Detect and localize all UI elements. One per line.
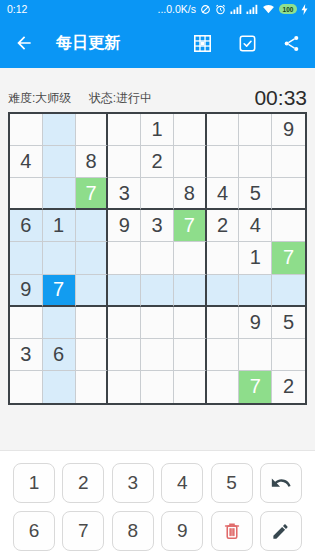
sudoku-cell-r9c3[interactable] — [76, 371, 109, 403]
page-title: 每日更新 — [56, 33, 120, 54]
sudoku-cell-r3c6[interactable]: 8 — [174, 178, 207, 210]
back-button[interactable] — [14, 33, 34, 53]
signal-sim2-icon — [246, 4, 258, 14]
sudoku-cell-r1c3[interactable] — [76, 114, 109, 146]
sudoku-cell-r4c6[interactable]: 7 — [174, 210, 207, 242]
sudoku-cell-r9c7[interactable] — [207, 371, 240, 403]
sudoku-cell-r8c3[interactable] — [76, 339, 109, 371]
sudoku-cell-r3c3[interactable]: 7 — [76, 178, 109, 210]
info-bar: 难度:大师级 状态:进行中 00:33 — [0, 68, 315, 112]
battery-icon: 100 — [279, 4, 297, 14]
number-pad: 12345 6789 — [0, 450, 315, 560]
sudoku-cell-r1c1[interactable] — [10, 114, 43, 146]
share-icon[interactable] — [282, 34, 301, 53]
sudoku-cell-r1c5[interactable]: 1 — [141, 114, 174, 146]
sudoku-cell-r8c9[interactable] — [272, 339, 305, 371]
sudoku-cell-r8c5[interactable] — [141, 339, 174, 371]
sudoku-cell-r9c2[interactable] — [43, 371, 76, 403]
sudoku-cell-r3c1[interactable] — [10, 178, 43, 210]
sudoku-cell-r3c9[interactable] — [272, 178, 305, 210]
sudoku-cell-r7c8[interactable]: 9 — [239, 307, 272, 339]
battery-level: 100 — [283, 6, 294, 13]
sudoku-cell-r7c7[interactable] — [207, 307, 240, 339]
sudoku-cell-r2c1[interactable]: 4 — [10, 146, 43, 178]
sudoku-cell-r6c3[interactable] — [76, 275, 109, 307]
sudoku-board: 194827384561937241797953672 — [8, 112, 307, 405]
sudoku-cell-r4c2[interactable]: 1 — [43, 210, 76, 242]
sudoku-cell-r8c1[interactable]: 3 — [10, 339, 43, 371]
sudoku-cell-r2c2[interactable] — [43, 146, 76, 178]
sudoku-cell-r4c5[interactable]: 3 — [141, 210, 174, 242]
sudoku-cell-r4c9[interactable] — [272, 210, 305, 242]
sudoku-cell-r4c8[interactable]: 4 — [239, 210, 272, 242]
status-bar: 0:12 ...0.0K/s 100 — [0, 0, 315, 18]
sudoku-cell-r7c5[interactable] — [141, 307, 174, 339]
sudoku-cell-r6c2[interactable]: 7 — [43, 275, 76, 307]
sudoku-cell-r7c9[interactable]: 5 — [272, 307, 305, 339]
sudoku-cell-r9c5[interactable] — [141, 371, 174, 403]
sudoku-cell-r9c9[interactable]: 2 — [272, 371, 305, 403]
pencil-button[interactable] — [260, 511, 302, 551]
sudoku-cell-r1c9[interactable]: 9 — [272, 114, 305, 146]
sudoku-cell-r2c4[interactable] — [108, 146, 141, 178]
sudoku-cell-r3c8[interactable]: 5 — [239, 178, 272, 210]
signal-sim1-icon — [230, 4, 242, 14]
sudoku-cell-r6c8[interactable] — [239, 275, 272, 307]
sudoku-cell-r6c1[interactable]: 9 — [10, 275, 43, 307]
sudoku-cell-r6c4[interactable] — [108, 275, 141, 307]
sudoku-cell-r9c4[interactable] — [108, 371, 141, 403]
sudoku-cell-r1c4[interactable] — [108, 114, 141, 146]
alarm-icon — [215, 4, 226, 15]
sudoku-cell-r2c9[interactable] — [272, 146, 305, 178]
game-status-label: 状态:进行中 — [89, 91, 152, 105]
sudoku-cell-r1c2[interactable] — [43, 114, 76, 146]
mute-icon — [200, 4, 211, 15]
sudoku-cell-r8c6[interactable] — [174, 339, 207, 371]
sudoku-cell-r5c6[interactable] — [174, 242, 207, 274]
sudoku-cell-r5c2[interactable] — [43, 242, 76, 274]
sudoku-cell-r5c5[interactable] — [141, 242, 174, 274]
numpad-5[interactable]: 5 — [211, 463, 253, 503]
sudoku-cell-r2c8[interactable] — [239, 146, 272, 178]
sudoku-cell-r2c6[interactable] — [174, 146, 207, 178]
sudoku-cell-r6c9[interactable] — [272, 275, 305, 307]
sudoku-cell-r8c2[interactable]: 6 — [43, 339, 76, 371]
sudoku-cell-r3c4[interactable]: 3 — [108, 178, 141, 210]
wifi-icon — [262, 4, 275, 14]
sudoku-cell-r8c8[interactable] — [239, 339, 272, 371]
sudoku-cell-r3c7[interactable]: 4 — [207, 178, 240, 210]
sudoku-cell-r5c9[interactable]: 7 — [272, 242, 305, 274]
sudoku-cell-r6c5[interactable] — [141, 275, 174, 307]
sudoku-cell-r5c1[interactable] — [10, 242, 43, 274]
numpad-3[interactable]: 3 — [112, 463, 154, 503]
sudoku-cell-r5c4[interactable] — [108, 242, 141, 274]
numpad-9[interactable]: 9 — [161, 511, 203, 551]
sudoku-cell-r9c6[interactable] — [174, 371, 207, 403]
numpad-8[interactable]: 8 — [112, 511, 154, 551]
sudoku-app-screen: 0:12 ...0.0K/s 100 — [0, 0, 315, 560]
sudoku-cell-r1c7[interactable] — [207, 114, 240, 146]
board-grid-icon[interactable] — [192, 33, 213, 54]
sudoku-cell-r7c2[interactable] — [43, 307, 76, 339]
numpad-row-2: 6789 — [13, 511, 302, 551]
sudoku-cell-r1c6[interactable] — [174, 114, 207, 146]
sudoku-cell-r8c7[interactable] — [207, 339, 240, 371]
sudoku-cell-r4c4[interactable]: 9 — [108, 210, 141, 242]
sudoku-cell-r8c4[interactable] — [108, 339, 141, 371]
numpad-row-1: 12345 — [13, 463, 302, 503]
numpad-7[interactable]: 7 — [62, 511, 104, 551]
sudoku-cell-r9c1[interactable] — [10, 371, 43, 403]
sudoku-cell-r4c7[interactable]: 2 — [207, 210, 240, 242]
sudoku-cell-r7c6[interactable] — [174, 307, 207, 339]
sudoku-cell-r4c1[interactable]: 6 — [10, 210, 43, 242]
sudoku-cell-r2c5[interactable]: 2 — [141, 146, 174, 178]
charging-bolt-icon — [301, 4, 308, 15]
sudoku-cell-r3c5[interactable] — [141, 178, 174, 210]
sudoku-cell-r7c3[interactable] — [76, 307, 109, 339]
numpad-6[interactable]: 6 — [13, 511, 55, 551]
sudoku-cell-r1c8[interactable] — [239, 114, 272, 146]
sudoku-cell-r2c3[interactable]: 8 — [76, 146, 109, 178]
undo-button[interactable] — [260, 463, 302, 503]
sudoku-cell-r7c1[interactable] — [10, 307, 43, 339]
sudoku-cell-r5c8[interactable]: 1 — [239, 242, 272, 274]
sudoku-cell-r3c2[interactable] — [43, 178, 76, 210]
sudoku-cell-r4c3[interactable] — [76, 210, 109, 242]
erase-button[interactable] — [211, 511, 253, 551]
app-bar: 每日更新 — [0, 18, 315, 68]
sudoku-cell-r5c7[interactable] — [207, 242, 240, 274]
sudoku-cell-r2c7[interactable] — [207, 146, 240, 178]
sudoku-cell-r7c4[interactable] — [108, 307, 141, 339]
network-speed: ...0.0K/s — [157, 3, 196, 15]
check-task-icon[interactable] — [237, 33, 258, 54]
sudoku-cell-r6c6[interactable] — [174, 275, 207, 307]
numpad-4[interactable]: 4 — [161, 463, 203, 503]
sudoku-cell-r5c3[interactable] — [76, 242, 109, 274]
sudoku-cell-r9c8[interactable]: 7 — [239, 371, 272, 403]
status-clock: 0:12 — [7, 3, 27, 15]
numpad-2[interactable]: 2 — [62, 463, 104, 503]
numpad-1[interactable]: 1 — [13, 463, 55, 503]
timer: 00:33 — [254, 86, 307, 110]
difficulty-label: 难度:大师级 — [8, 91, 71, 105]
sudoku-cell-r6c7[interactable] — [207, 275, 240, 307]
